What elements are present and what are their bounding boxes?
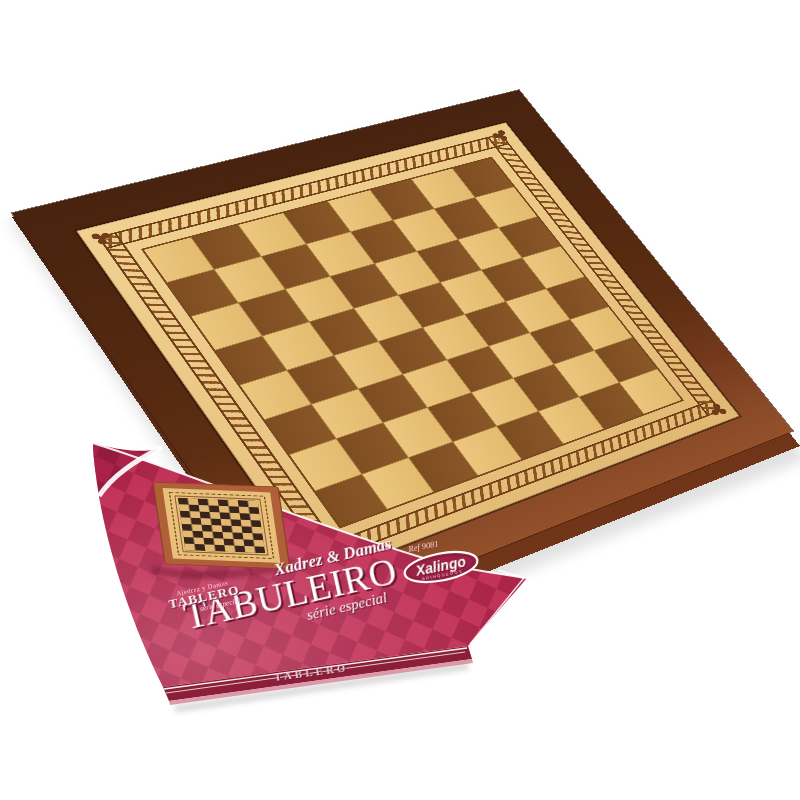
product-photo: ♣ ♣ ♣ ♣: [0, 0, 800, 800]
package-board-illustration: [153, 482, 290, 569]
ref-number: Ref 9081: [407, 538, 440, 554]
package-sleeve: Ref 9081 Xalingo BRINQUEDOS Xadrez & Dam…: [0, 0, 800, 800]
